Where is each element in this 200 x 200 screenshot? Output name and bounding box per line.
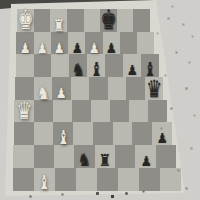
square-d5 bbox=[71, 77, 90, 101]
square-d1 bbox=[76, 168, 97, 192]
square-d3 bbox=[73, 122, 93, 146]
square-a8: ♚ bbox=[17, 9, 34, 33]
board-squares: ♚♜♚♟♟♟♟♟♟♞♝♟♝♞♟♛♛♝♟♞♜♟♝ bbox=[0, 0, 200, 200]
square-g1 bbox=[139, 168, 160, 192]
piece-bN-d6: ♞ bbox=[72, 60, 85, 78]
square-c4 bbox=[53, 100, 72, 124]
square-h5: ♛ bbox=[145, 77, 164, 101]
square-h2 bbox=[156, 145, 176, 169]
square-f6 bbox=[105, 54, 123, 78]
square-g5 bbox=[126, 77, 145, 101]
square-g3 bbox=[132, 122, 152, 146]
square-d6: ♞ bbox=[69, 54, 87, 78]
square-c6 bbox=[51, 54, 69, 78]
square-b1: ♝ bbox=[34, 168, 55, 192]
square-e4 bbox=[91, 100, 110, 124]
piece-wP-c7: ♟ bbox=[54, 42, 65, 56]
square-e3 bbox=[93, 122, 113, 146]
square-h8 bbox=[133, 9, 150, 33]
piece-wN-b5: ♞ bbox=[36, 83, 49, 101]
square-c2 bbox=[54, 145, 74, 169]
piece-bP-f7: ♟ bbox=[106, 42, 117, 56]
square-e8 bbox=[84, 9, 101, 33]
piece-wP-a7: ♟ bbox=[20, 42, 31, 56]
square-f3 bbox=[113, 122, 133, 146]
square-c1 bbox=[55, 168, 76, 192]
piece-wP-e7: ♟ bbox=[89, 42, 100, 56]
square-c3: ♝ bbox=[53, 122, 73, 146]
piece-bP-g6: ♟ bbox=[127, 64, 138, 78]
square-b8 bbox=[34, 9, 51, 33]
rank-2: ♞♜♟ bbox=[13, 145, 176, 169]
rank-6: ♞♝♟♝ bbox=[16, 54, 159, 78]
square-e6: ♝ bbox=[87, 54, 105, 78]
square-b2 bbox=[34, 145, 54, 169]
rank-4: ♛ bbox=[14, 100, 167, 124]
rank-8: ♚♜♚ bbox=[17, 9, 150, 33]
square-f5 bbox=[108, 77, 127, 101]
square-d2: ♞ bbox=[74, 145, 94, 169]
piece-wB-c3: ♝ bbox=[57, 127, 70, 147]
rank-3: ♝♟ bbox=[14, 122, 172, 146]
piece-bR-e2: ♜ bbox=[99, 152, 111, 168]
piece-bP-h3: ♟ bbox=[157, 132, 168, 146]
square-f2 bbox=[115, 145, 135, 169]
piece-wP-c5: ♟ bbox=[56, 87, 67, 101]
square-f8: ♚ bbox=[100, 9, 117, 33]
piece-wP-b7: ♟ bbox=[37, 42, 48, 56]
piece-bB-e6: ♝ bbox=[90, 59, 103, 79]
piece-bN-d2: ♞ bbox=[78, 151, 91, 169]
square-d4 bbox=[72, 100, 91, 124]
square-b4 bbox=[34, 100, 53, 124]
square-h3: ♟ bbox=[152, 122, 172, 146]
square-c5: ♟ bbox=[52, 77, 71, 101]
piece-wK-a8: ♚ bbox=[17, 6, 33, 33]
square-f1 bbox=[118, 168, 139, 192]
rank-7: ♟♟♟♟♟♟ bbox=[16, 32, 154, 56]
square-a2 bbox=[13, 145, 33, 169]
square-d8 bbox=[67, 9, 84, 33]
square-g2: ♟ bbox=[135, 145, 155, 169]
square-a6 bbox=[16, 54, 34, 78]
square-d7: ♟ bbox=[68, 32, 85, 56]
square-b6 bbox=[34, 54, 52, 78]
square-g8 bbox=[117, 9, 134, 33]
square-b5: ♞ bbox=[34, 77, 53, 101]
square-a1 bbox=[13, 168, 34, 192]
piece-bK-f8: ♚ bbox=[100, 6, 116, 33]
piece-bP-d7: ♟ bbox=[71, 42, 82, 56]
square-e1 bbox=[97, 168, 118, 192]
square-e2: ♜ bbox=[95, 145, 115, 169]
square-e5 bbox=[89, 77, 108, 101]
square-c8: ♜ bbox=[50, 9, 67, 33]
square-b3 bbox=[34, 122, 54, 146]
square-c7: ♟ bbox=[51, 32, 68, 56]
square-f4 bbox=[110, 100, 129, 124]
square-g6: ♟ bbox=[123, 54, 141, 78]
piece-wB-b1: ♝ bbox=[38, 172, 51, 192]
chessboard-photo: ©CHESS ♞♜ ♟♞ ♚♜♚♟♟♟♟♟♟♞♝♟♝♞♟♛♛♝♟♞♜♟♝ bbox=[0, 0, 200, 200]
square-a4: ♛ bbox=[14, 100, 33, 124]
piece-wQ-a4: ♛ bbox=[16, 100, 32, 124]
square-h1 bbox=[160, 168, 181, 192]
piece-bQ-h5: ♛ bbox=[146, 77, 162, 101]
rank-1: ♝ bbox=[13, 168, 181, 192]
square-h7 bbox=[137, 32, 154, 56]
piece-wR-c8: ♜ bbox=[52, 17, 64, 33]
piece-bP-g2: ♟ bbox=[140, 155, 151, 169]
square-g7 bbox=[120, 32, 137, 56]
square-b7: ♟ bbox=[34, 32, 51, 56]
square-a3 bbox=[14, 122, 34, 146]
rank-5: ♞♟♛ bbox=[15, 77, 163, 101]
